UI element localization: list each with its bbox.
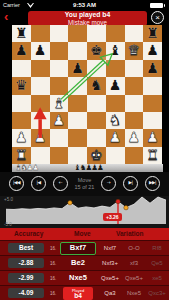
square-a7[interactable]: ♟: [12, 42, 31, 59]
chess-analysis-app: Carrier 9:53 AM ‹ You played b4 Mistake …: [0, 0, 169, 300]
variation-move: Qxe5+: [122, 275, 146, 281]
move-navigation-bar: |◀◀ |◀ ← Move 15 of 21 → ▶| ▶▶|: [0, 172, 169, 196]
header-bar: ‹ You played b4 Mistake move ×: [0, 10, 169, 26]
accuracy-chip: -4.09: [8, 288, 44, 298]
table-row[interactable]: -2.99 16. Nxe5 Qxe5+ Qxe5+ xe5: [0, 270, 169, 285]
square-f4[interactable]: [106, 95, 125, 112]
variation-move: Nxe5: [122, 290, 146, 296]
table-header: Accuracy Move Variation: [0, 228, 169, 240]
col-accuracy: Accuracy: [14, 228, 43, 240]
chess-board[interactable]: ♜♜♟♟♚♝♛♟♟♟♛♞♟♝♟♞♟♟♟♟♟♜♚♜: [12, 25, 162, 164]
black-rook: ♜: [12, 25, 31, 42]
square-e5[interactable]: ♞: [87, 77, 106, 94]
square-a8[interactable]: ♜: [12, 25, 31, 42]
captured-black-pieces: ♝♞♟♟♟: [74, 164, 103, 172]
square-a6[interactable]: [12, 60, 31, 77]
black-bishop: ♝: [106, 42, 125, 59]
square-g3[interactable]: [125, 112, 144, 129]
square-h8[interactable]: ♜: [143, 25, 162, 42]
next-key-move-button[interactable]: ▶|: [123, 176, 138, 191]
square-b4[interactable]: [31, 95, 50, 112]
eval-max-label: +5.0: [4, 197, 13, 202]
white-pawn: ♟: [31, 129, 50, 146]
square-c6[interactable]: [50, 60, 69, 77]
clock-time: 9:53 AM: [0, 2, 169, 8]
variation-move: Nxf7: [98, 245, 122, 251]
square-g4[interactable]: [125, 95, 144, 112]
square-a4[interactable]: [12, 95, 31, 112]
black-king: ♚: [87, 42, 106, 59]
back-button[interactable]: ‹: [4, 9, 8, 25]
square-b7[interactable]: ♟: [31, 42, 50, 59]
close-button[interactable]: ×: [151, 11, 164, 24]
col-variation: Variation: [116, 228, 143, 240]
square-h6[interactable]: ♟: [143, 60, 162, 77]
white-pawn: ♟: [12, 129, 31, 146]
square-c4[interactable]: ♝: [50, 95, 69, 112]
square-g2[interactable]: ♟: [125, 129, 144, 146]
white-pawn: ♟: [106, 129, 125, 146]
square-d6[interactable]: ♟: [68, 60, 87, 77]
square-d2[interactable]: [68, 129, 87, 146]
black-pawn: ♟: [143, 60, 162, 77]
table-row[interactable]: Best 16. Bxf7 Nxf7 O-O Rf8: [0, 240, 169, 255]
square-a5[interactable]: ♛: [12, 77, 31, 94]
accuracy-chip: -2.88: [8, 258, 44, 268]
move-cell[interactable]: Nxe5: [60, 272, 96, 284]
square-f7[interactable]: ♝: [106, 42, 125, 59]
prev-key-move-button[interactable]: |◀: [31, 176, 46, 191]
square-f5[interactable]: ♟: [106, 77, 125, 94]
feedback-title: You played b4: [28, 11, 147, 19]
square-c7[interactable]: [50, 42, 69, 59]
square-d1[interactable]: [68, 147, 87, 164]
square-e7[interactable]: ♚: [87, 42, 106, 59]
square-c3[interactable]: ♟: [50, 112, 69, 129]
eval-marker-value: +3.26: [103, 213, 122, 221]
white-king: ♚: [87, 147, 106, 164]
square-f6[interactable]: [106, 60, 125, 77]
square-g5[interactable]: [125, 77, 144, 94]
square-d4[interactable]: [68, 95, 87, 112]
white-rook: ♜: [143, 147, 162, 164]
square-h2[interactable]: ♟: [143, 129, 162, 146]
white-pawn: ♟: [50, 112, 69, 129]
square-c1[interactable]: [50, 147, 69, 164]
square-d8[interactable]: [68, 25, 87, 42]
square-e1[interactable]: ♚: [87, 147, 106, 164]
variation-move: Rf8: [146, 245, 168, 251]
square-d5[interactable]: [68, 77, 87, 94]
square-b5[interactable]: [31, 77, 50, 94]
evaluation-area-chart: [0, 196, 169, 228]
square-e2[interactable]: [87, 129, 106, 146]
square-e6[interactable]: [87, 60, 106, 77]
move-feedback-banner: You played b4 Mistake move: [28, 11, 147, 26]
black-pawn: ♟: [12, 42, 31, 59]
square-d3[interactable]: [68, 112, 87, 129]
square-c8[interactable]: [50, 25, 69, 42]
accuracy-chip: -2.99: [8, 273, 44, 283]
black-pawn: ♟: [31, 42, 50, 59]
variation-move: Nxf3+: [98, 260, 122, 266]
best-move-cell[interactable]: Bxf7: [60, 242, 96, 255]
square-b8[interactable]: [31, 25, 50, 42]
square-h7[interactable]: ♟: [143, 42, 162, 59]
square-d7[interactable]: [68, 42, 87, 59]
board-area: ♜♜♟♟♚♝♛♟♟♟♛♞♟♝♟♞♟♟♟♟♟♜♚♜: [12, 25, 162, 164]
square-f2[interactable]: ♟: [106, 129, 125, 146]
square-h5[interactable]: [143, 77, 162, 94]
square-e4[interactable]: [87, 95, 106, 112]
last-move-button[interactable]: ▶▶|: [145, 176, 160, 191]
white-queen: ♛: [125, 42, 144, 59]
square-g6[interactable]: [125, 60, 144, 77]
square-h4[interactable]: [143, 95, 162, 112]
square-b6[interactable]: [31, 60, 50, 77]
eval-min-label: -5.0: [4, 222, 12, 227]
white-pawn: ♟: [125, 129, 144, 146]
move-cell[interactable]: Be2: [60, 257, 96, 269]
captured-pieces-tray: ♝♞♟♟ ♝♞♟♟♟: [12, 164, 163, 172]
black-pawn: ♟: [143, 42, 162, 59]
variation-move: Qxe5+: [98, 275, 122, 281]
black-knight: ♞: [87, 77, 106, 94]
square-g7[interactable]: ♛: [125, 42, 144, 59]
first-move-button[interactable]: |◀◀: [9, 176, 24, 191]
variation-move: xe5: [146, 275, 168, 281]
square-b1[interactable]: [31, 147, 50, 164]
square-e8[interactable]: [87, 25, 106, 42]
battery-icon: [150, 3, 163, 8]
played-move-badge[interactable]: Played b4: [63, 287, 93, 300]
square-f1[interactable]: [106, 147, 125, 164]
black-pawn: ♟: [106, 77, 125, 94]
variation-move: Qa3: [98, 290, 122, 296]
status-bar: Carrier 9:53 AM: [0, 0, 169, 10]
square-f8[interactable]: [106, 25, 125, 42]
variation-move: Qe5: [146, 260, 168, 266]
square-h1[interactable]: ♜: [143, 147, 162, 164]
black-rook: ♜: [143, 25, 162, 42]
white-knight: ♞: [106, 112, 125, 129]
black-queen: ♛: [12, 77, 31, 94]
white-bishop: ♝: [50, 95, 69, 112]
square-h3[interactable]: [143, 112, 162, 129]
square-a2[interactable]: ♟: [12, 129, 31, 146]
col-move: Move: [74, 228, 91, 240]
captured-white-pieces: ♝♞♟♟: [15, 164, 38, 172]
square-b3[interactable]: [31, 112, 50, 129]
square-e3[interactable]: [87, 112, 106, 129]
variation-move: xf3: [122, 260, 146, 266]
square-g8[interactable]: [125, 25, 144, 42]
evaluation-graph[interactable]: +5.0 -5.0 +3.26: [0, 196, 169, 228]
square-c2[interactable]: [50, 129, 69, 146]
table-row[interactable]: -2.88 16. Be2 Nxf3+ xf3 Qe5: [0, 255, 169, 270]
white-rook: ♜: [12, 147, 31, 164]
table-row-played[interactable]: -4.09 16. Played b4 Qa3 Nxe5 Qxc3+: [0, 285, 169, 300]
square-g1[interactable]: [125, 147, 144, 164]
accuracy-chip: Best: [8, 243, 44, 253]
square-a1[interactable]: ♜: [12, 147, 31, 164]
square-f3[interactable]: ♞: [106, 112, 125, 129]
square-a3[interactable]: [12, 112, 31, 129]
next-move-button[interactable]: →: [101, 176, 116, 191]
square-b2[interactable]: ♟: [31, 129, 50, 146]
square-c5[interactable]: [50, 77, 69, 94]
white-pawn: ♟: [143, 129, 162, 146]
variation-move: Qxc3+: [146, 290, 168, 296]
analysis-table: Accuracy Move Variation Best 16. Bxf7 Nx…: [0, 228, 169, 300]
black-pawn: ♟: [68, 60, 87, 77]
variation-move: O-O: [122, 245, 146, 251]
